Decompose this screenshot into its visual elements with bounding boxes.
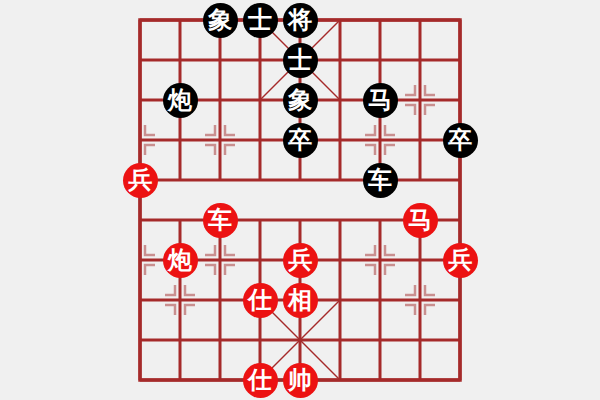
piece-red-soldier[interactable]: 兵	[443, 243, 478, 278]
piece-red-soldier[interactable]: 兵	[283, 243, 318, 278]
piece-black-elephant[interactable]: 象	[203, 3, 238, 38]
piece-red-advisor[interactable]: 仕	[243, 283, 278, 318]
piece-black-soldier[interactable]: 卒	[443, 123, 478, 158]
xiangqi-board: 象士将士炮象马卒卒车兵车马炮兵兵仕相仕帅	[0, 0, 600, 400]
piece-red-horse[interactable]: 马	[403, 203, 438, 238]
piece-red-advisor[interactable]: 仕	[243, 363, 278, 398]
piece-black-cannon[interactable]: 炮	[163, 83, 198, 118]
piece-red-chariot[interactable]: 车	[203, 203, 238, 238]
piece-black-advisor[interactable]: 士	[283, 43, 318, 78]
piece-black-advisor[interactable]: 士	[243, 3, 278, 38]
piece-black-horse[interactable]: 马	[363, 83, 398, 118]
piece-red-elephant[interactable]: 相	[283, 283, 318, 318]
piece-black-general[interactable]: 将	[283, 3, 318, 38]
piece-red-soldier[interactable]: 兵	[123, 163, 158, 198]
piece-black-elephant[interactable]: 象	[283, 83, 318, 118]
piece-red-cannon[interactable]: 炮	[163, 243, 198, 278]
piece-black-chariot[interactable]: 车	[363, 163, 398, 198]
piece-black-soldier[interactable]: 卒	[283, 123, 318, 158]
piece-red-general[interactable]: 帅	[283, 363, 318, 398]
pieces-layer: 象士将士炮象马卒卒车兵车马炮兵兵仕相仕帅	[120, 0, 480, 400]
